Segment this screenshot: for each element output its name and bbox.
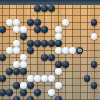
white-stone[interactable] xyxy=(6,19,13,26)
black-stone[interactable] xyxy=(48,40,55,47)
black-stone[interactable] xyxy=(34,89,41,96)
white-stone[interactable] xyxy=(20,26,27,33)
black-stone[interactable] xyxy=(34,5,41,12)
white-stone[interactable] xyxy=(91,33,98,40)
black-stone[interactable] xyxy=(84,75,91,82)
black-stone[interactable] xyxy=(27,96,34,100)
white-stone[interactable] xyxy=(69,47,76,54)
white-stone[interactable] xyxy=(48,75,55,82)
white-stone[interactable] xyxy=(13,47,20,54)
black-stone[interactable] xyxy=(55,40,62,47)
black-stone[interactable] xyxy=(20,68,27,75)
black-stone[interactable] xyxy=(13,82,20,89)
black-stone[interactable] xyxy=(34,19,41,26)
black-stone[interactable] xyxy=(6,89,13,96)
white-stone[interactable] xyxy=(20,54,27,61)
black-stone[interactable] xyxy=(27,40,34,47)
white-stone[interactable] xyxy=(13,26,20,33)
black-stone[interactable] xyxy=(76,47,83,54)
black-stone[interactable] xyxy=(48,5,55,12)
black-stone[interactable] xyxy=(41,5,48,12)
white-stone[interactable] xyxy=(55,33,62,40)
black-stone[interactable] xyxy=(20,33,27,40)
white-stone[interactable] xyxy=(55,82,62,89)
white-stone[interactable] xyxy=(20,82,27,89)
black-stone[interactable] xyxy=(20,89,27,96)
black-stone[interactable] xyxy=(91,61,98,68)
grid-line-horizontal xyxy=(0,36,100,37)
black-stone[interactable] xyxy=(0,26,6,33)
white-stone[interactable] xyxy=(34,75,41,82)
black-stone[interactable] xyxy=(91,82,98,89)
black-stone[interactable] xyxy=(55,61,62,68)
black-stone[interactable] xyxy=(0,89,6,96)
black-stone[interactable] xyxy=(27,82,34,89)
black-stone[interactable] xyxy=(34,26,41,33)
go-board-photo xyxy=(0,0,100,100)
black-stone[interactable] xyxy=(55,96,62,100)
black-stone[interactable] xyxy=(0,75,6,82)
black-stone[interactable] xyxy=(6,68,13,75)
black-stone[interactable] xyxy=(0,54,6,61)
black-stone[interactable] xyxy=(41,26,48,33)
white-stone[interactable] xyxy=(20,61,27,68)
white-stone[interactable] xyxy=(13,19,20,26)
black-stone[interactable] xyxy=(62,61,69,68)
white-stone[interactable] xyxy=(13,61,20,68)
black-stone[interactable] xyxy=(13,68,20,75)
black-stone[interactable] xyxy=(91,19,98,26)
black-stone[interactable] xyxy=(41,54,48,61)
black-stone[interactable] xyxy=(27,19,34,26)
white-stone[interactable] xyxy=(62,19,69,26)
white-stone[interactable] xyxy=(13,40,20,47)
black-stone[interactable] xyxy=(27,47,34,54)
white-stone[interactable] xyxy=(48,89,55,96)
white-stone[interactable] xyxy=(41,75,48,82)
white-stone[interactable] xyxy=(62,47,69,54)
white-stone[interactable] xyxy=(55,26,62,33)
black-stone[interactable] xyxy=(48,54,55,61)
white-stone[interactable] xyxy=(55,47,62,54)
grid-line-horizontal xyxy=(0,15,100,16)
white-stone[interactable] xyxy=(6,47,13,54)
white-stone[interactable] xyxy=(55,68,62,75)
white-stone[interactable] xyxy=(27,75,34,82)
black-stone[interactable] xyxy=(41,40,48,47)
black-stone[interactable] xyxy=(34,40,41,47)
black-stone[interactable] xyxy=(13,96,20,100)
